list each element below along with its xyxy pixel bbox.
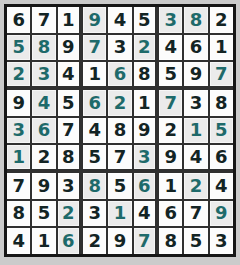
cell-r1c8[interactable]: 8	[184, 7, 207, 33]
cell-r8c8[interactable]: 7	[184, 201, 207, 227]
cell-r3c8[interactable]: 9	[184, 62, 207, 86]
cell-r9c2[interactable]: 1	[32, 228, 55, 254]
cell-r9c5[interactable]: 9	[108, 228, 131, 254]
cell-r8c6[interactable]: 4	[134, 201, 155, 227]
cell-r9c1[interactable]: 4	[7, 228, 30, 254]
cell-r3c7[interactable]: 5	[159, 62, 182, 86]
cell-r2c6[interactable]: 2	[134, 35, 155, 61]
cell-r9c8[interactable]: 5	[184, 228, 207, 254]
cell-r6c6[interactable]: 3	[134, 145, 155, 169]
cell-r5c3[interactable]: 7	[58, 118, 79, 144]
cell-r5c8[interactable]: 1	[184, 118, 207, 144]
cell-r6c2[interactable]: 2	[32, 145, 55, 169]
cell-r4c7[interactable]: 7	[159, 90, 182, 116]
cell-r7c8[interactable]: 2	[184, 173, 207, 199]
cell-r4c3[interactable]: 5	[58, 90, 79, 116]
cell-r9c3[interactable]: 6	[58, 228, 79, 254]
cell-r1c1[interactable]: 6	[7, 7, 30, 33]
cell-r7c9[interactable]: 4	[210, 173, 233, 199]
cell-r3c3[interactable]: 4	[58, 62, 79, 86]
cell-r8c2[interactable]: 5	[32, 201, 55, 227]
cell-r5c7[interactable]: 2	[159, 118, 182, 144]
cell-r4c5[interactable]: 2	[108, 90, 131, 116]
cell-r6c8[interactable]: 4	[184, 145, 207, 169]
cell-r8c9[interactable]: 9	[210, 201, 233, 227]
cell-r4c8[interactable]: 3	[184, 90, 207, 116]
cell-r1c2[interactable]: 7	[32, 7, 55, 33]
cell-r4c6[interactable]: 1	[134, 90, 155, 116]
cell-r1c7[interactable]: 3	[159, 7, 182, 33]
cell-r2c8[interactable]: 6	[184, 35, 207, 61]
cell-r3c2[interactable]: 3	[32, 62, 55, 86]
cell-r9c6[interactable]: 7	[134, 228, 155, 254]
cell-r3c5[interactable]: 6	[108, 62, 131, 86]
cell-r1c9[interactable]: 2	[210, 7, 233, 33]
cell-r8c4[interactable]: 3	[83, 201, 106, 227]
cell-r2c4[interactable]: 7	[83, 35, 106, 61]
cell-r6c7[interactable]: 9	[159, 145, 182, 169]
cell-r2c1[interactable]: 5	[7, 35, 30, 61]
cell-r4c4[interactable]: 6	[83, 90, 106, 116]
cell-r5c9[interactable]: 5	[210, 118, 233, 144]
cell-r5c5[interactable]: 8	[108, 118, 131, 144]
cell-r8c1[interactable]: 8	[7, 201, 30, 227]
cell-r4c2[interactable]: 4	[32, 90, 55, 116]
cell-r2c3[interactable]: 9	[58, 35, 79, 61]
cell-r7c3[interactable]: 3	[58, 173, 79, 199]
cell-r2c5[interactable]: 3	[108, 35, 131, 61]
cell-r5c6[interactable]: 9	[134, 118, 155, 144]
cell-r6c5[interactable]: 7	[108, 145, 131, 169]
cell-r1c4[interactable]: 9	[83, 7, 106, 33]
cell-r6c1[interactable]: 1	[7, 145, 30, 169]
cell-r3c1[interactable]: 2	[7, 62, 30, 86]
cell-r6c9[interactable]: 6	[210, 145, 233, 169]
cell-r4c1[interactable]: 9	[7, 90, 30, 116]
cell-r5c4[interactable]: 4	[83, 118, 106, 144]
cell-r2c9[interactable]: 1	[210, 35, 233, 61]
cell-r9c4[interactable]: 2	[83, 228, 106, 254]
cell-r6c4[interactable]: 5	[83, 145, 106, 169]
cell-r7c4[interactable]: 8	[83, 173, 106, 199]
cell-r9c9[interactable]: 3	[210, 228, 233, 254]
cell-r8c5[interactable]: 1	[108, 201, 131, 227]
cell-r5c2[interactable]: 6	[32, 118, 55, 144]
cell-r7c1[interactable]: 7	[7, 173, 30, 199]
cell-r1c6[interactable]: 5	[134, 7, 155, 33]
cell-r4c9[interactable]: 8	[210, 90, 233, 116]
cell-r9c7[interactable]: 8	[159, 228, 182, 254]
cell-r7c7[interactable]: 1	[159, 173, 182, 199]
cell-r1c3[interactable]: 1	[58, 7, 79, 33]
cell-r3c4[interactable]: 1	[83, 62, 106, 86]
cell-r7c6[interactable]: 6	[134, 173, 155, 199]
cell-r3c9[interactable]: 7	[210, 62, 233, 86]
cell-r8c3[interactable]: 2	[58, 201, 79, 227]
cell-r2c7[interactable]: 4	[159, 35, 182, 61]
cell-r2c2[interactable]: 8	[32, 35, 55, 61]
sudoku-board: 6719453825897324612341685979456217383674…	[4, 4, 236, 257]
page: { "game": "sudoku", "position": { "notat…	[0, 0, 240, 265]
cell-r1c5[interactable]: 4	[108, 7, 131, 33]
cell-r7c2[interactable]: 9	[32, 173, 55, 199]
cell-r3c6[interactable]: 8	[134, 62, 155, 86]
cell-r5c1[interactable]: 3	[7, 118, 30, 144]
cell-r7c5[interactable]: 5	[108, 173, 131, 199]
cell-r6c3[interactable]: 8	[58, 145, 79, 169]
cell-r8c7[interactable]: 6	[159, 201, 182, 227]
